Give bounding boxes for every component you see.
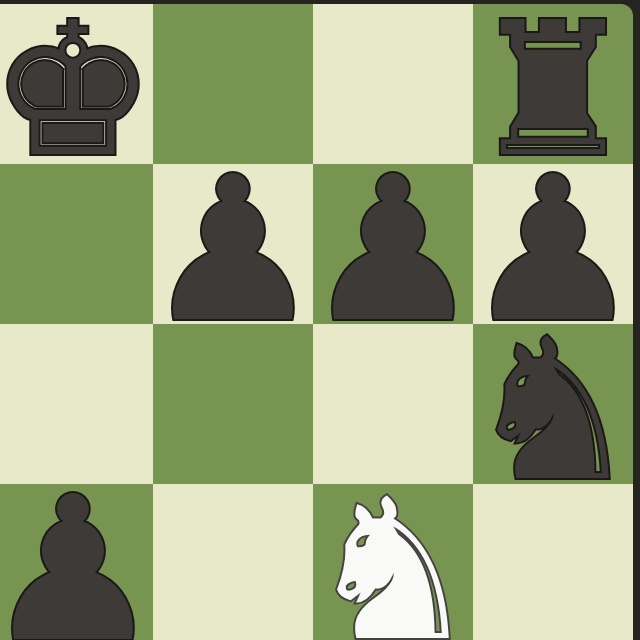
square-f6[interactable] (153, 324, 313, 484)
piece-black-pawn[interactable]: ♟ (143, 150, 322, 350)
square-h5[interactable] (473, 484, 633, 640)
square-e5[interactable]: ♟ (0, 484, 153, 640)
piece-black-knight[interactable]: ♞ (466, 313, 633, 508)
square-g7[interactable]: ♟ (313, 164, 473, 324)
square-f7[interactable]: ♟ (153, 164, 313, 324)
square-h6[interactable]: ♞ (473, 324, 633, 484)
square-e8[interactable]: ♚ (0, 4, 153, 164)
piece-white-knight[interactable]: ♞ (306, 473, 481, 640)
piece-black-pawn[interactable]: ♟ (303, 150, 482, 350)
square-f5[interactable] (153, 484, 313, 640)
piece-black-pawn[interactable]: ♟ (0, 470, 163, 640)
board-viewport: ♚♜♟♟♟♞♟♞ (0, 0, 640, 640)
square-g5[interactable]: ♞ (313, 484, 473, 640)
square-e7[interactable] (0, 164, 153, 324)
chess-board: ♚♜♟♟♟♞♟♞ (0, 4, 633, 640)
piece-black-king[interactable]: ♚ (0, 4, 156, 183)
